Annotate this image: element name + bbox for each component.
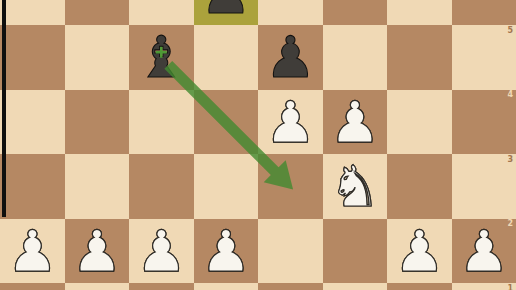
square-f1[interactable] [323,283,388,290]
rank-label-2: 2 [507,220,513,228]
black-bishop-c5[interactable]: ♝ [129,25,194,90]
square-g6[interactable] [387,0,452,25]
square-b4[interactable] [65,90,130,155]
square-h4[interactable] [452,90,516,155]
square-g3[interactable] [387,154,452,219]
square-h1[interactable] [452,283,516,290]
white-pawn-b2[interactable]: ♟ [65,219,130,284]
square-g5[interactable] [387,25,452,90]
black-pawn-d6[interactable]: ♟ [194,0,259,25]
square-h3[interactable] [452,154,516,219]
white-pawn-a2[interactable]: ♟ [0,219,65,284]
square-a3[interactable] [0,154,65,219]
square-f5[interactable] [323,25,388,90]
rank-label-5: 5 [507,27,513,35]
chess-board: ♟♝♟♟♟♞♟♟♟♟♟♟54321 [0,0,516,290]
white-pawn-c2[interactable]: ♟ [129,219,194,284]
rank-label-1: 1 [507,285,513,290]
white-pawn-f4[interactable]: ♟ [323,90,388,155]
square-h5[interactable] [452,25,516,90]
white-pawn-g2[interactable]: ♟ [387,219,452,284]
square-a1[interactable] [0,283,65,290]
square-b6[interactable] [65,0,130,25]
square-b5[interactable] [65,25,130,90]
square-c6[interactable] [129,0,194,25]
square-f6[interactable] [323,0,388,25]
square-g4[interactable] [387,90,452,155]
square-e6[interactable] [258,0,323,25]
square-d1[interactable] [194,283,259,290]
square-e3[interactable] [258,154,323,219]
square-e2[interactable] [258,219,323,284]
square-b1[interactable] [65,283,130,290]
square-g1[interactable] [387,283,452,290]
square-c1[interactable] [129,283,194,290]
left-edge-artifact [2,0,6,217]
square-d4[interactable] [194,90,259,155]
square-e1[interactable] [258,283,323,290]
square-c3[interactable] [129,154,194,219]
black-pawn-e5[interactable]: ♟ [258,25,323,90]
rank-label-3: 3 [507,156,513,164]
white-pawn-h2[interactable]: ♟ [452,219,516,284]
rank-label-4: 4 [507,91,513,99]
square-f2[interactable] [323,219,388,284]
square-b3[interactable] [65,154,130,219]
white-pawn-e4[interactable]: ♟ [258,90,323,155]
chess-board-viewport: ♟♝♟♟♟♞♟♟♟♟♟♟54321 [0,0,516,290]
square-a5[interactable] [0,25,65,90]
square-a6[interactable] [0,0,65,25]
square-h6[interactable] [452,0,516,25]
square-c4[interactable] [129,90,194,155]
square-d3[interactable] [194,154,259,219]
square-d5[interactable] [194,25,259,90]
white-pawn-d2[interactable]: ♟ [194,219,259,284]
square-a4[interactable] [0,90,65,155]
white-knight-f3[interactable]: ♞ [323,154,388,219]
